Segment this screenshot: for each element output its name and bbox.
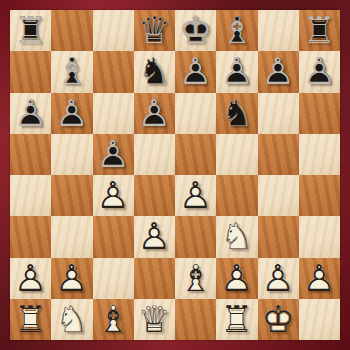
white-pawn: ♟♙ [175, 175, 216, 216]
square-d8[interactable]: ♛♕ [134, 10, 175, 51]
white-bishop: ♝♗ [175, 258, 216, 299]
square-d1[interactable]: ♛♕ [134, 299, 175, 340]
square-h7[interactable]: ♟♙ [299, 51, 340, 92]
white-knight: ♞♘ [51, 299, 92, 340]
square-d2[interactable] [134, 258, 175, 299]
square-a3[interactable] [10, 216, 51, 257]
square-b7[interactable]: ♝♗ [51, 51, 92, 92]
white-king: ♚♔ [258, 299, 299, 340]
black-pawn: ♟♙ [258, 51, 299, 92]
square-e4[interactable]: ♟♙ [175, 175, 216, 216]
square-f1[interactable]: ♜♖ [216, 299, 257, 340]
black-knight: ♞♘ [134, 51, 175, 92]
square-e8[interactable]: ♚♔ [175, 10, 216, 51]
black-pawn: ♟♙ [216, 51, 257, 92]
square-c3[interactable] [93, 216, 134, 257]
square-f6[interactable]: ♞♘ [216, 93, 257, 134]
square-d3[interactable]: ♟♙ [134, 216, 175, 257]
white-queen: ♛♕ [134, 299, 175, 340]
square-e6[interactable] [175, 93, 216, 134]
square-a6[interactable]: ♟♙ [10, 93, 51, 134]
square-g6[interactable] [258, 93, 299, 134]
square-g4[interactable] [258, 175, 299, 216]
square-a7[interactable] [10, 51, 51, 92]
white-pawn: ♟♙ [299, 258, 340, 299]
white-pawn: ♟♙ [134, 216, 175, 257]
black-pawn: ♟♙ [134, 93, 175, 134]
square-h3[interactable] [299, 216, 340, 257]
white-pawn: ♟♙ [216, 258, 257, 299]
black-rook: ♜♖ [10, 10, 51, 51]
square-a5[interactable] [10, 134, 51, 175]
square-a2[interactable]: ♟♙ [10, 258, 51, 299]
square-e7[interactable]: ♟♙ [175, 51, 216, 92]
square-c1[interactable]: ♝♗ [93, 299, 134, 340]
square-f2[interactable]: ♟♙ [216, 258, 257, 299]
square-b5[interactable] [51, 134, 92, 175]
black-bishop: ♝♗ [216, 10, 257, 51]
black-pawn: ♟♙ [93, 134, 134, 175]
square-e2[interactable]: ♝♗ [175, 258, 216, 299]
square-h5[interactable] [299, 134, 340, 175]
black-bishop: ♝♗ [51, 51, 92, 92]
square-b1[interactable]: ♞♘ [51, 299, 92, 340]
square-g7[interactable]: ♟♙ [258, 51, 299, 92]
square-h8[interactable]: ♜♖ [299, 10, 340, 51]
square-b6[interactable]: ♟♙ [51, 93, 92, 134]
square-e5[interactable] [175, 134, 216, 175]
square-b3[interactable] [51, 216, 92, 257]
square-f4[interactable] [216, 175, 257, 216]
black-pawn: ♟♙ [175, 51, 216, 92]
white-rook: ♜♖ [10, 299, 51, 340]
square-d5[interactable] [134, 134, 175, 175]
white-pawn: ♟♙ [10, 258, 51, 299]
black-king: ♚♔ [175, 10, 216, 51]
square-f7[interactable]: ♟♙ [216, 51, 257, 92]
white-pawn: ♟♙ [258, 258, 299, 299]
white-bishop: ♝♗ [93, 299, 134, 340]
square-g2[interactable]: ♟♙ [258, 258, 299, 299]
square-e1[interactable] [175, 299, 216, 340]
square-a4[interactable] [10, 175, 51, 216]
white-pawn: ♟♙ [93, 175, 134, 216]
square-h6[interactable] [299, 93, 340, 134]
square-d6[interactable]: ♟♙ [134, 93, 175, 134]
square-c6[interactable] [93, 93, 134, 134]
square-c7[interactable] [93, 51, 134, 92]
square-a1[interactable]: ♜♖ [10, 299, 51, 340]
square-d7[interactable]: ♞♘ [134, 51, 175, 92]
square-g8[interactable] [258, 10, 299, 51]
white-rook: ♜♖ [216, 299, 257, 340]
square-c2[interactable] [93, 258, 134, 299]
white-pawn: ♟♙ [51, 258, 92, 299]
square-h2[interactable]: ♟♙ [299, 258, 340, 299]
black-rook: ♜♖ [299, 10, 340, 51]
square-f5[interactable] [216, 134, 257, 175]
square-c5[interactable]: ♟♙ [93, 134, 134, 175]
square-b2[interactable]: ♟♙ [51, 258, 92, 299]
square-d4[interactable] [134, 175, 175, 216]
square-g5[interactable] [258, 134, 299, 175]
square-h1[interactable] [299, 299, 340, 340]
square-g3[interactable] [258, 216, 299, 257]
square-f8[interactable]: ♝♗ [216, 10, 257, 51]
black-pawn: ♟♙ [299, 51, 340, 92]
black-pawn: ♟♙ [10, 93, 51, 134]
black-pawn: ♟♙ [51, 93, 92, 134]
square-b4[interactable] [51, 175, 92, 216]
square-e3[interactable] [175, 216, 216, 257]
square-c4[interactable]: ♟♙ [93, 175, 134, 216]
black-queen: ♛♕ [134, 10, 175, 51]
white-knight: ♞♘ [216, 216, 257, 257]
board-frame: ♜♖♛♕♚♔♝♗♜♖♝♗♞♘♟♙♟♙♟♙♟♙♟♙♟♙♟♙♞♘♟♙♟♙♟♙♟♙♞♘… [0, 0, 350, 350]
black-knight: ♞♘ [216, 93, 257, 134]
square-c8[interactable] [93, 10, 134, 51]
square-f3[interactable]: ♞♘ [216, 216, 257, 257]
square-g1[interactable]: ♚♔ [258, 299, 299, 340]
chess-board: ♜♖♛♕♚♔♝♗♜♖♝♗♞♘♟♙♟♙♟♙♟♙♟♙♟♙♟♙♞♘♟♙♟♙♟♙♟♙♞♘… [10, 10, 340, 340]
square-h4[interactable] [299, 175, 340, 216]
square-b8[interactable] [51, 10, 92, 51]
square-a8[interactable]: ♜♖ [10, 10, 51, 51]
